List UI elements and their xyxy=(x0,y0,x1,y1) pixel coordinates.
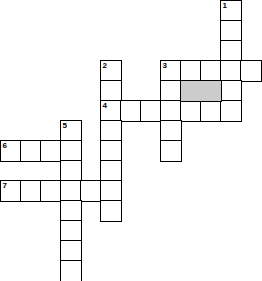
grid-cell[interactable] xyxy=(20,180,42,202)
grid-cell[interactable] xyxy=(220,20,242,42)
grid-cell[interactable] xyxy=(60,220,82,242)
grid-cell[interactable] xyxy=(0,140,22,162)
grid-cell[interactable] xyxy=(100,180,122,202)
grid-cell[interactable] xyxy=(100,160,122,182)
grid-cell[interactable] xyxy=(100,120,122,142)
grid-cell[interactable] xyxy=(220,60,242,82)
grid-cell[interactable] xyxy=(120,100,142,122)
grid-cell[interactable] xyxy=(60,120,82,142)
grid-cell[interactable] xyxy=(100,100,122,122)
grid-cell[interactable] xyxy=(100,200,122,222)
grid-cell[interactable] xyxy=(0,180,22,202)
grid-cell[interactable] xyxy=(220,0,242,22)
grid-cell[interactable] xyxy=(60,160,82,182)
grid-cell[interactable] xyxy=(60,240,82,262)
grid-cell[interactable] xyxy=(160,80,182,102)
grid-cell[interactable] xyxy=(40,140,62,162)
grid-cell[interactable] xyxy=(160,100,182,122)
grid-cell[interactable] xyxy=(240,60,262,82)
grid-cell[interactable] xyxy=(160,120,182,142)
grid-cell[interactable] xyxy=(200,100,222,122)
grid-cell[interactable] xyxy=(60,200,82,222)
grid-cell[interactable] xyxy=(200,60,222,82)
grid-cell[interactable] xyxy=(160,140,182,162)
grid-cell[interactable] xyxy=(100,60,122,82)
grid-cell[interactable] xyxy=(180,100,202,122)
grid-cell[interactable] xyxy=(60,140,82,162)
grid-cell[interactable] xyxy=(20,140,42,162)
grid-cell[interactable] xyxy=(140,100,162,122)
grid-cell[interactable] xyxy=(60,180,82,202)
grid-cell[interactable] xyxy=(100,140,122,162)
grid-cell[interactable] xyxy=(220,100,242,122)
grid-cell[interactable] xyxy=(220,80,242,102)
grid-cell[interactable] xyxy=(40,180,62,202)
grid-cell[interactable] xyxy=(60,260,82,281)
grid-cell[interactable] xyxy=(100,80,122,102)
grid-cell[interactable] xyxy=(80,180,102,202)
grid-cell[interactable] xyxy=(180,60,202,82)
grid-cell[interactable] xyxy=(160,60,182,82)
shaded-cell xyxy=(180,80,222,102)
crossword-grid: 1234567 xyxy=(0,0,262,281)
grid-cell[interactable] xyxy=(220,40,242,62)
